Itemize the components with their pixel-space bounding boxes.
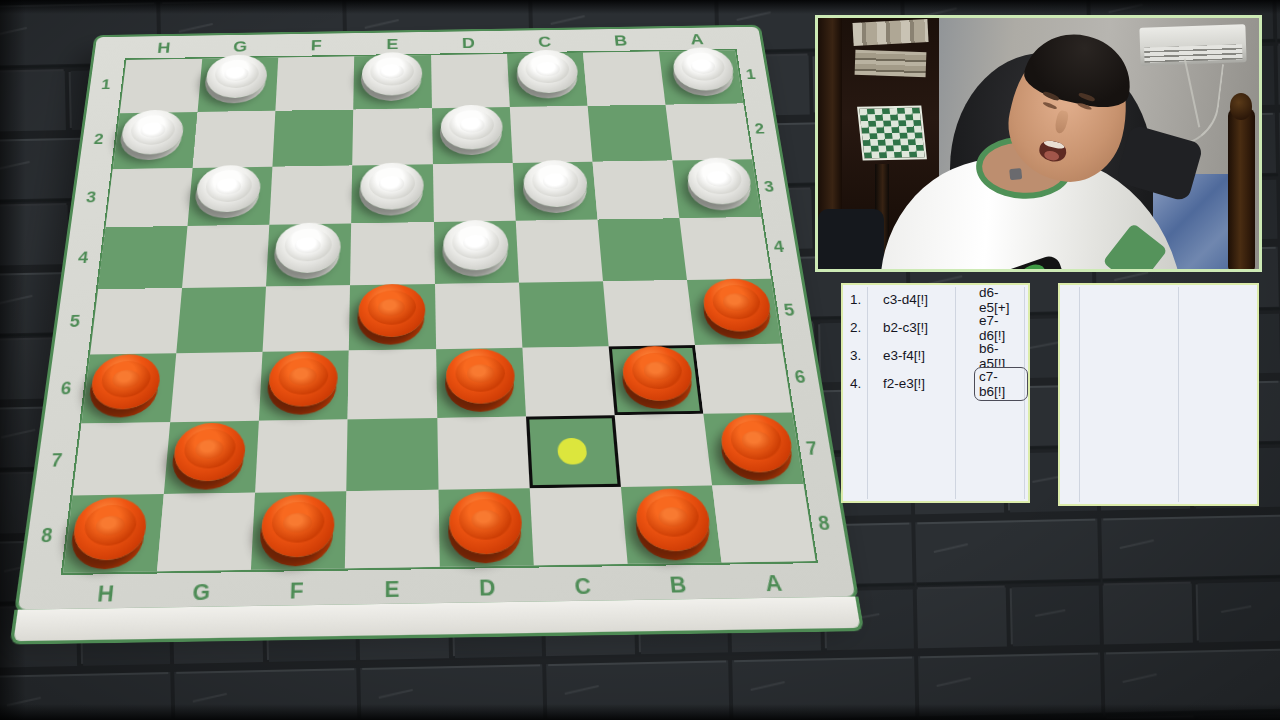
square-b4[interactable]	[597, 218, 686, 281]
red-man-h6[interactable]	[88, 354, 162, 411]
square-d8[interactable]	[438, 489, 533, 567]
red-man-d8[interactable]	[449, 491, 523, 554]
file-label-f: F	[278, 34, 355, 55]
book-stack	[855, 49, 926, 77]
checkers-board: HGFEDCBA HGFEDCBA 12345678 12345678	[14, 25, 859, 614]
square-d7[interactable]	[437, 416, 530, 490]
open-mouth	[1037, 138, 1068, 164]
square-f8[interactable]	[251, 491, 346, 569]
move-list-panel[interactable]: 1.c3-d4[!]d6-e5[+]2.b2-c3[!]e7-d6[!]3.e3…	[841, 283, 1030, 503]
variations-panel[interactable]	[1058, 283, 1259, 506]
square-c4[interactable]	[515, 220, 602, 283]
column-separator	[1079, 287, 1080, 502]
square-g4[interactable]	[182, 225, 269, 288]
file-label-b: B	[582, 29, 660, 50]
white-man-g3[interactable]	[195, 165, 261, 213]
column-separator	[1178, 287, 1179, 502]
square-a4[interactable]	[679, 217, 771, 280]
square-f3[interactable]	[270, 165, 353, 225]
square-a2[interactable]	[665, 103, 752, 160]
file-label-h: H	[125, 36, 203, 57]
square-f5[interactable]	[263, 285, 351, 351]
move-number: 2.	[843, 320, 875, 335]
square-d2[interactable]	[432, 107, 513, 164]
square-e6[interactable]	[348, 349, 437, 419]
square-e4[interactable]	[350, 222, 434, 285]
closed-eye	[1042, 101, 1057, 111]
book-stack	[853, 19, 929, 45]
move-row-1: 1.c3-d4[!]d6-e5[+]	[843, 285, 1028, 313]
square-d6[interactable]	[436, 348, 526, 418]
square-b1[interactable]	[583, 52, 666, 106]
square-h6[interactable]	[82, 353, 177, 423]
square-f7[interactable]	[255, 419, 348, 493]
move-row-4: 4.f2-e3[!]c7-b6[!]	[843, 369, 1028, 397]
square-e3[interactable]	[352, 164, 434, 224]
suitcase	[818, 209, 884, 269]
square-a6[interactable]	[695, 343, 792, 413]
square-b6[interactable]	[608, 345, 703, 415]
square-h1[interactable]	[120, 59, 203, 113]
square-h8[interactable]	[63, 494, 164, 572]
white-man-c3[interactable]	[523, 159, 589, 207]
square-a7[interactable]	[703, 412, 803, 486]
nose	[1054, 110, 1070, 135]
white-man-a1[interactable]	[671, 47, 737, 91]
board-grid	[61, 49, 818, 575]
file-label-e: E	[354, 33, 430, 54]
top-letterbox-shade	[0, 0, 1280, 14]
square-g5[interactable]	[176, 287, 266, 353]
square-a8[interactable]	[712, 484, 815, 562]
file-label-a: A	[657, 28, 736, 49]
square-c6[interactable]	[522, 346, 614, 416]
square-h5[interactable]	[90, 288, 182, 354]
white-move[interactable]: c3-d4[!]	[875, 290, 971, 309]
column-separator	[1024, 287, 1025, 499]
logo-checker-piece	[1019, 262, 1048, 272]
white-man-f4[interactable]	[274, 223, 340, 274]
red-man-a5[interactable]	[700, 278, 774, 331]
square-c1[interactable]	[507, 53, 588, 107]
white-move[interactable]: f2-e3[!]	[875, 374, 971, 393]
white-man-g1[interactable]	[205, 54, 268, 98]
square-g1[interactable]	[198, 57, 279, 111]
square-e8[interactable]	[345, 490, 439, 568]
white-man-d4[interactable]	[443, 220, 509, 271]
square-e5[interactable]	[349, 284, 435, 350]
red-man-d6[interactable]	[446, 348, 516, 404]
square-c2[interactable]	[509, 106, 592, 163]
white-man-h2[interactable]	[119, 109, 185, 155]
square-h4[interactable]	[98, 226, 188, 289]
square-f4[interactable]	[266, 224, 351, 287]
square-e1[interactable]	[354, 55, 432, 109]
red-man-b8[interactable]	[634, 489, 713, 552]
column-separator	[867, 287, 868, 499]
last-move-origin-dot	[557, 438, 588, 465]
square-g6[interactable]	[170, 352, 262, 422]
square-g3[interactable]	[188, 166, 273, 226]
square-h3[interactable]	[106, 168, 193, 228]
square-a5[interactable]	[687, 279, 781, 345]
square-e7[interactable]	[347, 418, 438, 492]
square-b5[interactable]	[603, 280, 695, 346]
square-g2[interactable]	[193, 111, 276, 168]
square-b7[interactable]	[614, 413, 712, 487]
red-man-h8[interactable]	[70, 497, 149, 560]
square-b8[interactable]	[621, 486, 722, 564]
move-row-3: 3.e3-f4[!]b6-a5[!]	[843, 341, 1028, 369]
square-a1[interactable]	[659, 50, 743, 104]
red-man-a7[interactable]	[718, 414, 796, 474]
file-label-g: G	[201, 35, 279, 56]
white-man-c1[interactable]	[517, 50, 580, 94]
white-man-e3[interactable]	[360, 162, 424, 210]
file-label-c: C	[506, 30, 584, 51]
air-conditioner	[1139, 24, 1246, 65]
square-c8[interactable]	[529, 487, 627, 565]
webcam-feed: CANAL DO ESTRE	[815, 15, 1262, 272]
red-man-b6[interactable]	[621, 345, 695, 401]
video-frame: { "game": "checkers (brazilian draughts,…	[0, 0, 1280, 720]
white-man-a3[interactable]	[685, 157, 755, 205]
white-man-e1[interactable]	[362, 52, 422, 96]
square-h2[interactable]	[113, 112, 198, 169]
shirt-logo: CANAL DO ESTRE	[980, 253, 1074, 272]
square-f2[interactable]	[273, 109, 354, 166]
move-row-2: 2.b2-c3[!]e7-d6[!]	[843, 313, 1028, 341]
square-b3[interactable]	[592, 160, 679, 220]
square-a3[interactable]	[672, 159, 761, 219]
red-man-g7[interactable]	[172, 422, 246, 482]
square-g8[interactable]	[157, 493, 255, 571]
square-c3[interactable]	[512, 161, 597, 221]
clip-microphone	[1009, 169, 1022, 181]
white-move[interactable]: b2-c3[!]	[875, 318, 971, 337]
square-e2[interactable]	[353, 108, 433, 165]
square-c7[interactable]	[526, 415, 621, 489]
bed-post	[1228, 108, 1254, 272]
square-h7[interactable]	[73, 422, 171, 496]
red-man-f6[interactable]	[268, 351, 338, 407]
square-b2[interactable]	[587, 104, 672, 161]
square-f1[interactable]	[276, 56, 355, 110]
file-label-d: D	[430, 31, 507, 52]
square-f6[interactable]	[259, 350, 349, 420]
board-frame: HGFEDCBA HGFEDCBA 12345678 12345678	[14, 25, 859, 614]
move-number: 4.	[843, 376, 875, 391]
move-number: 1.	[843, 292, 875, 307]
square-d5[interactable]	[434, 283, 521, 349]
red-man-e5[interactable]	[358, 284, 425, 337]
square-g7[interactable]	[164, 420, 259, 494]
square-d3[interactable]	[432, 163, 515, 223]
mini-checkers-board	[857, 105, 926, 160]
column-separator	[955, 287, 956, 499]
red-man-f8[interactable]	[260, 494, 335, 557]
move-rows: 1.c3-d4[!]d6-e5[+]2.b2-c3[!]e7-d6[!]3.e3…	[843, 285, 1028, 397]
black-move[interactable]: c7-b6[!]	[971, 367, 1028, 401]
move-number: 3.	[843, 348, 875, 363]
bottom-letterbox-shade	[0, 704, 1280, 720]
square-d1[interactable]	[431, 54, 510, 108]
white-move[interactable]: e3-f4[!]	[875, 346, 971, 365]
white-man-d2[interactable]	[441, 104, 504, 150]
square-d4[interactable]	[433, 221, 518, 284]
square-c5[interactable]	[519, 281, 609, 347]
